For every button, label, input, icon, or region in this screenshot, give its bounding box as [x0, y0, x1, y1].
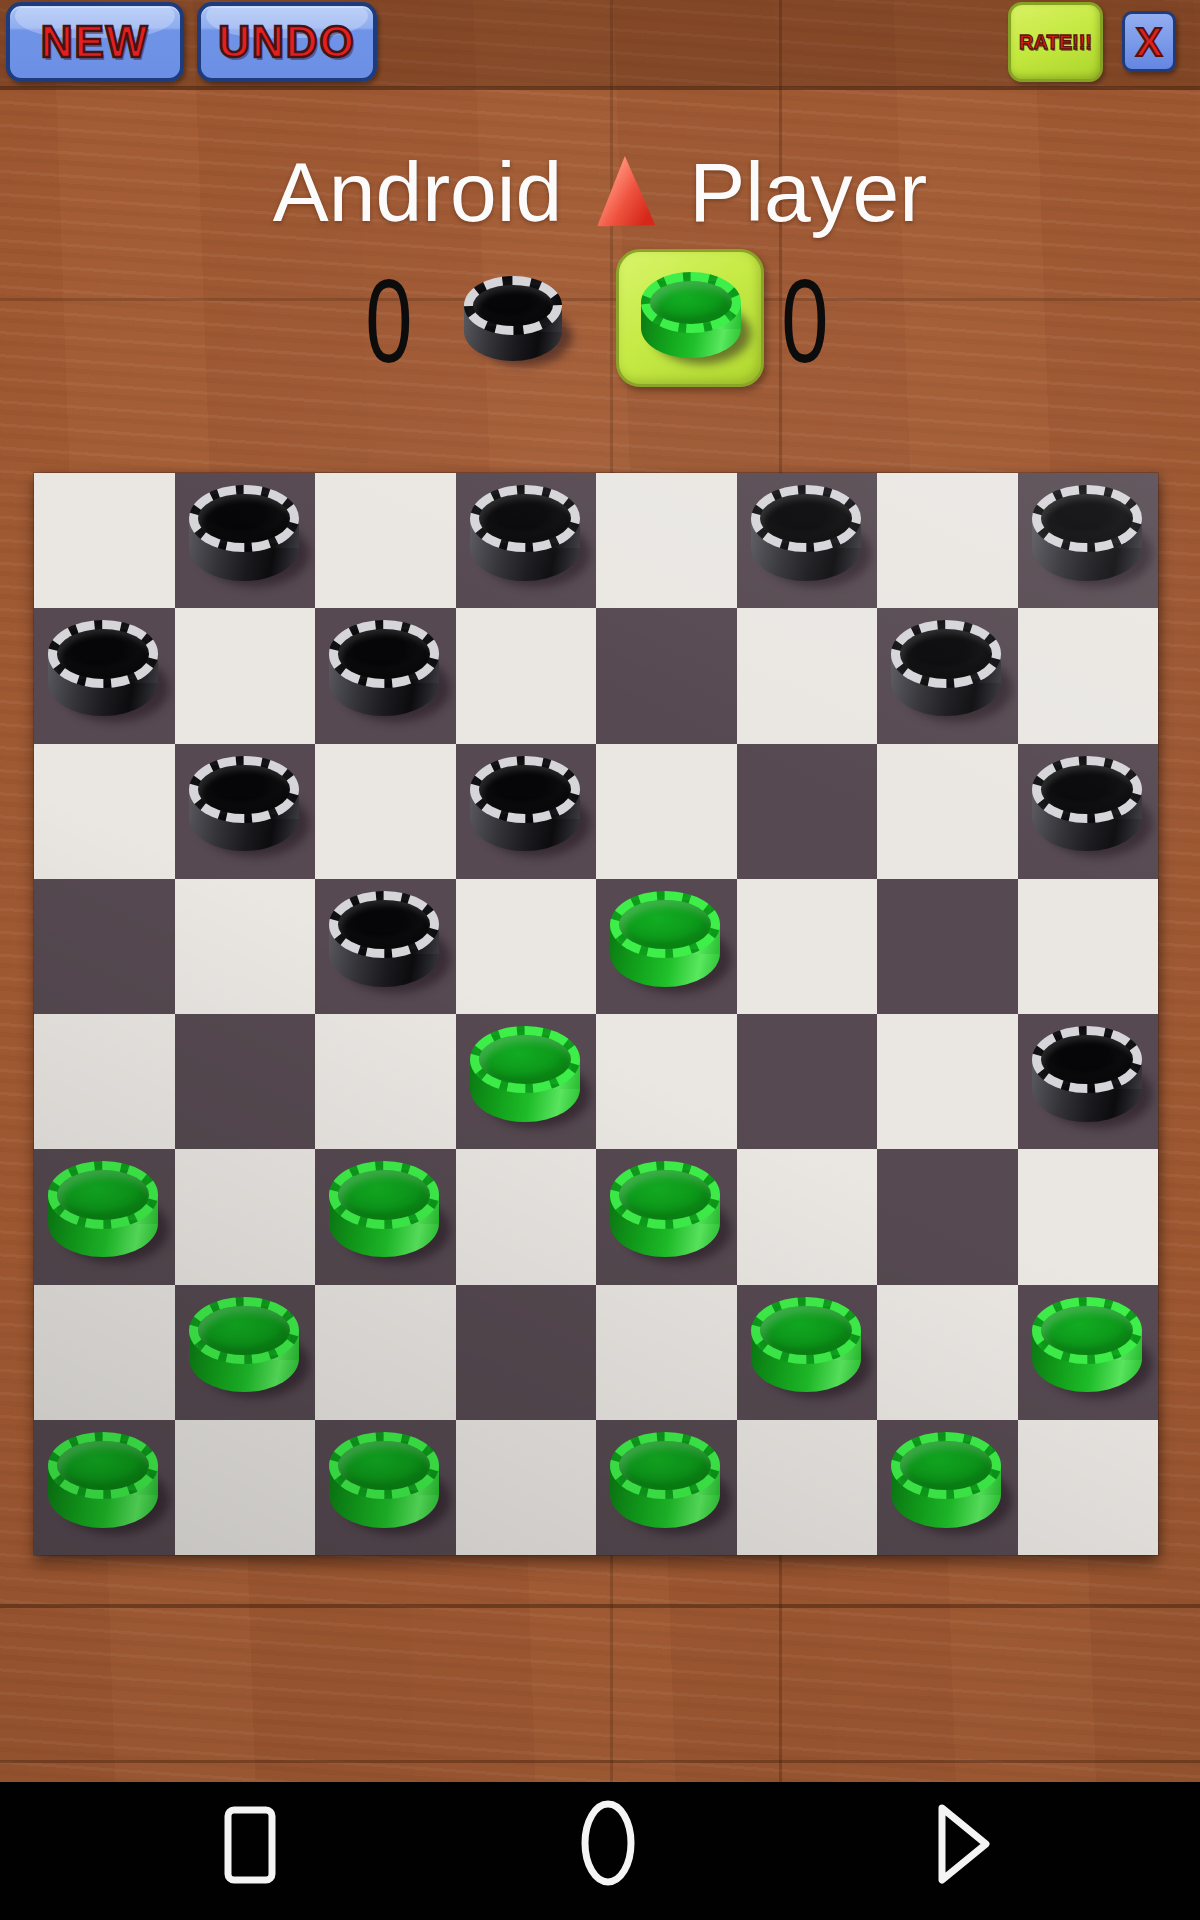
board-cell-4-3[interactable] — [456, 1014, 597, 1149]
checkers-board — [34, 473, 1158, 1555]
player-score: 0 — [768, 262, 843, 380]
board-cell-7-4[interactable] — [596, 1420, 737, 1555]
back-triangle-icon[interactable] — [936, 1802, 992, 1886]
board-cell-5-3[interactable] — [456, 1149, 597, 1284]
player-name-label: Player — [689, 144, 927, 241]
board-cell-6-5[interactable] — [737, 1285, 878, 1420]
board-cell-7-3[interactable] — [456, 1420, 597, 1555]
turn-indicator — [616, 249, 764, 387]
board-cell-5-1[interactable] — [175, 1149, 316, 1284]
undo-label: UNDO — [218, 17, 356, 67]
new-game-label: NEW — [41, 17, 150, 67]
checker-black[interactable] — [470, 485, 580, 587]
board-cell-1-2[interactable] — [315, 608, 456, 743]
close-x-icon: X — [1136, 22, 1163, 62]
board-cell-5-5[interactable] — [737, 1149, 878, 1284]
board-cell-6-0[interactable] — [34, 1285, 175, 1420]
board-cell-3-3[interactable] — [456, 879, 597, 1014]
board-cell-2-6[interactable] — [877, 744, 1018, 879]
player-checker-icon — [641, 272, 741, 364]
board-cell-4-5[interactable] — [737, 1014, 878, 1149]
board-cell-2-3[interactable] — [456, 744, 597, 879]
board-cell-1-1[interactable] — [175, 608, 316, 743]
board-cell-0-7[interactable] — [1018, 473, 1159, 608]
board-cell-2-4[interactable] — [596, 744, 737, 879]
board-cell-1-7[interactable] — [1018, 608, 1159, 743]
board-cell-6-1[interactable] — [175, 1285, 316, 1420]
checker-black[interactable] — [189, 485, 299, 587]
checker-black[interactable] — [891, 620, 1001, 722]
board-cell-6-6[interactable] — [877, 1285, 1018, 1420]
checker-black[interactable] — [48, 620, 158, 722]
board-cell-7-2[interactable] — [315, 1420, 456, 1555]
rate-label: RATE!!! — [1019, 31, 1092, 54]
board-cell-4-4[interactable] — [596, 1014, 737, 1149]
app-screen: NEW UNDO RATE!!! X Android Player 0 0 — [0, 0, 1200, 1920]
checker-green[interactable] — [189, 1297, 299, 1399]
board-cell-4-7[interactable] — [1018, 1014, 1159, 1149]
match-title: Android Player — [0, 142, 1200, 242]
checker-black[interactable] — [470, 756, 580, 858]
board-cell-1-4[interactable] — [596, 608, 737, 743]
board-cell-1-6[interactable] — [877, 608, 1018, 743]
android-score: 0 — [352, 262, 427, 380]
board-cell-7-1[interactable] — [175, 1420, 316, 1555]
board-cell-2-0[interactable] — [34, 744, 175, 879]
android-name-label: Android — [273, 144, 563, 241]
checker-black[interactable] — [189, 756, 299, 858]
board-cell-3-5[interactable] — [737, 879, 878, 1014]
checker-black[interactable] — [329, 620, 439, 722]
board-cell-3-7[interactable] — [1018, 879, 1159, 1014]
board-cell-6-3[interactable] — [456, 1285, 597, 1420]
checker-black[interactable] — [751, 485, 861, 587]
checker-green[interactable] — [610, 1161, 720, 1263]
board-cell-2-1[interactable] — [175, 744, 316, 879]
board-cell-2-5[interactable] — [737, 744, 878, 879]
checker-green[interactable] — [48, 1161, 158, 1263]
checker-green[interactable] — [891, 1432, 1001, 1534]
board-cell-1-5[interactable] — [737, 608, 878, 743]
versus-triangle-icon — [592, 154, 659, 229]
board-cell-5-4[interactable] — [596, 1149, 737, 1284]
board-cell-5-2[interactable] — [315, 1149, 456, 1284]
board-cell-6-4[interactable] — [596, 1285, 737, 1420]
android-checker-icon — [464, 276, 562, 366]
board-cell-3-1[interactable] — [175, 879, 316, 1014]
android-navbar — [0, 1782, 1200, 1920]
board-cell-0-3[interactable] — [456, 473, 597, 608]
board-cell-2-7[interactable] — [1018, 744, 1159, 879]
board-cell-1-3[interactable] — [456, 608, 597, 743]
checker-green[interactable] — [329, 1161, 439, 1263]
board-cell-0-6[interactable] — [877, 473, 1018, 608]
board-cell-0-1[interactable] — [175, 473, 316, 608]
board-cell-7-6[interactable] — [877, 1420, 1018, 1555]
board-cell-7-7[interactable] — [1018, 1420, 1159, 1555]
checker-green[interactable] — [329, 1432, 439, 1534]
checker-black[interactable] — [1032, 485, 1142, 587]
board-cell-3-4[interactable] — [596, 879, 737, 1014]
board-cell-0-4[interactable] — [596, 473, 737, 608]
board-cell-1-0[interactable] — [34, 608, 175, 743]
undo-button[interactable]: UNDO — [197, 2, 377, 82]
checker-green[interactable] — [610, 891, 720, 993]
board-cell-0-0[interactable] — [34, 473, 175, 608]
board-cell-2-2[interactable] — [315, 744, 456, 879]
home-circle-icon[interactable] — [581, 1800, 635, 1886]
board-cell-5-6[interactable] — [877, 1149, 1018, 1284]
board-cell-3-0[interactable] — [34, 879, 175, 1014]
board-cell-4-1[interactable] — [175, 1014, 316, 1149]
checker-black[interactable] — [1032, 1026, 1142, 1128]
checker-green[interactable] — [470, 1026, 580, 1128]
board-cell-4-6[interactable] — [877, 1014, 1018, 1149]
checker-green[interactable] — [1032, 1297, 1142, 1399]
recents-square-icon[interactable] — [224, 1806, 276, 1884]
checker-black[interactable] — [329, 891, 439, 993]
board-cell-0-2[interactable] — [315, 473, 456, 608]
board-cell-4-2[interactable] — [315, 1014, 456, 1149]
board-cell-3-6[interactable] — [877, 879, 1018, 1014]
rate-button[interactable]: RATE!!! — [1008, 2, 1103, 82]
board-cell-7-0[interactable] — [34, 1420, 175, 1555]
board-cell-5-7[interactable] — [1018, 1149, 1159, 1284]
board-cell-5-0[interactable] — [34, 1149, 175, 1284]
board-cell-4-0[interactable] — [34, 1014, 175, 1149]
board-cell-6-2[interactable] — [315, 1285, 456, 1420]
board-cell-0-5[interactable] — [737, 473, 878, 608]
board-cell-3-2[interactable] — [315, 879, 456, 1014]
checker-green[interactable] — [751, 1297, 861, 1399]
new-game-button[interactable]: NEW — [6, 2, 184, 82]
close-button[interactable]: X — [1122, 11, 1176, 72]
board-cell-6-7[interactable] — [1018, 1285, 1159, 1420]
checker-green[interactable] — [48, 1432, 158, 1534]
checker-green[interactable] — [610, 1432, 720, 1534]
board-cell-7-5[interactable] — [737, 1420, 878, 1555]
checker-black[interactable] — [1032, 756, 1142, 858]
